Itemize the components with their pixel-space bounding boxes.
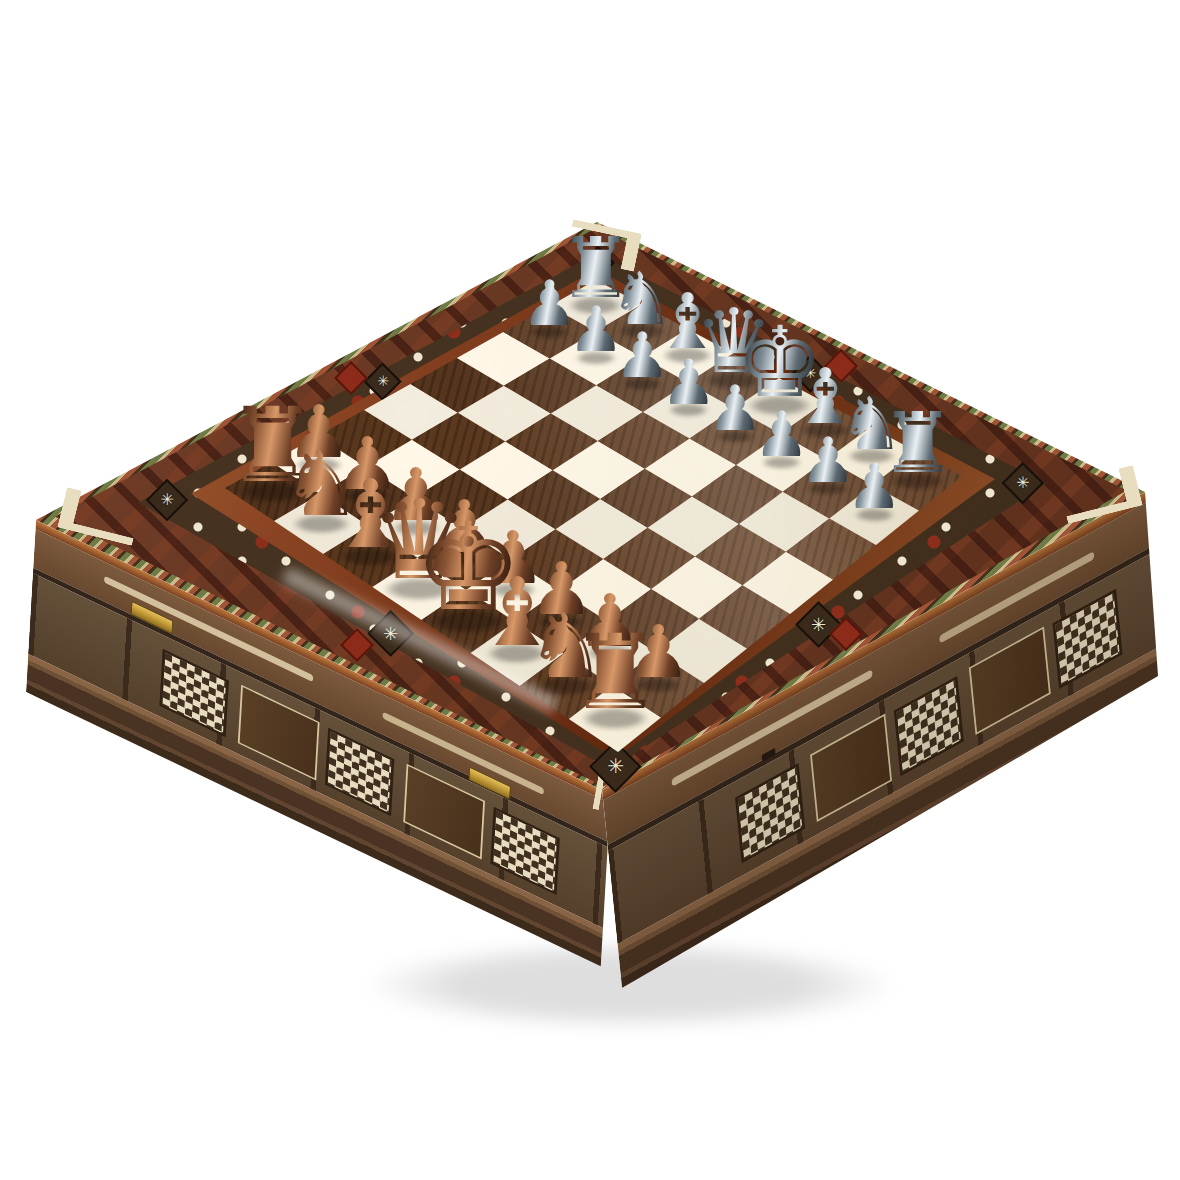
chess-piece-glyph: ♜ [569, 621, 662, 724]
star-inlay-icon: ✳ [1016, 474, 1029, 493]
chess-piece-glyph: ♟ [846, 456, 902, 519]
star-inlay-icon: ✳ [160, 491, 173, 510]
piece-black-pawn-h7[interactable]: ♟ [814, 456, 934, 519]
star-inlay-icon: ✳ [811, 614, 826, 635]
star-inlay-icon: ✳ [606, 754, 623, 778]
chess-box-scene: ✳✳✳✳✳✳✳✳♜♞♝♛♚♝♞♜♟♟♟♟♟♟♟♟♟♟♟♟♟♟♟♟♜♞♝♛♚♝♞♜ [0, 0, 1180, 1180]
piece-white-rook-h1[interactable]: ♜ [555, 621, 675, 724]
star-inlay-icon: ✳ [376, 374, 388, 390]
